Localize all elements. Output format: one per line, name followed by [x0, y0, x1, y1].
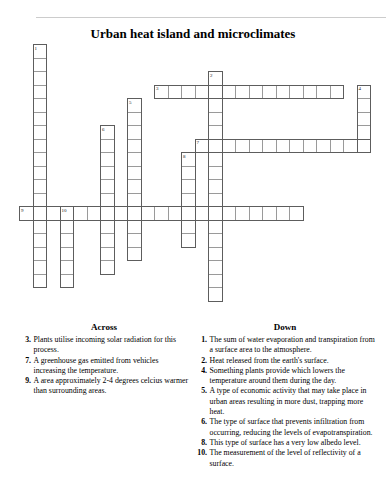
- grid-cell: 6: [100, 125, 115, 140]
- clue-text: A type of economic activity that may tak…: [210, 386, 377, 417]
- grid-cell: [289, 139, 304, 154]
- clue-number: 5.: [194, 386, 207, 396]
- grid-cell: [33, 152, 48, 167]
- grid-cell: [208, 125, 223, 140]
- grid-cell: [181, 220, 196, 235]
- grid-cell: [168, 85, 183, 100]
- grid-cell: [235, 206, 250, 221]
- grid-cell: [33, 274, 48, 289]
- grid-cell: [357, 98, 372, 113]
- clue-text: Something plants provide which lowers th…: [210, 366, 377, 387]
- grid-cell: [127, 233, 142, 248]
- across-clues-section: Across 3.Plants utilise incoming solar r…: [18, 322, 190, 397]
- grid-cell: [141, 206, 156, 221]
- grid-cell: [33, 139, 48, 154]
- grid-cell: [127, 152, 142, 167]
- across-header: Across: [18, 322, 190, 332]
- grid-cell: [33, 260, 48, 275]
- grid-cell: 3: [154, 85, 169, 100]
- grid-cell: [33, 166, 48, 181]
- down-header: Down: [194, 322, 376, 332]
- grid-cell: [235, 85, 250, 100]
- grid-cell: [222, 85, 237, 100]
- clue-number: 4.: [194, 366, 207, 376]
- grid-cell: [33, 220, 48, 235]
- grid-cell: [100, 206, 115, 221]
- grid-cell: 2: [208, 71, 223, 86]
- grid-cell: [249, 85, 264, 100]
- clue-number: 1.: [194, 335, 207, 345]
- grid-cell: [222, 206, 237, 221]
- grid-cell: [60, 247, 75, 262]
- crossword-grid: 12345678910: [19, 44, 371, 302]
- clue-text: A greenhouse gas emitted from vehicles i…: [34, 356, 191, 377]
- grid-cell: [46, 206, 61, 221]
- grid-cell: [100, 193, 115, 208]
- grid-cell: [33, 98, 48, 113]
- grid-cell: [276, 206, 291, 221]
- grid-cell: [276, 139, 291, 154]
- grid-cell: [357, 112, 372, 127]
- grid-cell: [127, 179, 142, 194]
- down-clues-list: 1.The sum of water evaporation and trans…: [194, 335, 376, 469]
- clue-number: 6.: [194, 417, 207, 427]
- grid-cell: [289, 206, 304, 221]
- grid-cell: 8: [181, 152, 196, 167]
- grid-cell: [100, 220, 115, 235]
- grid-cell: [100, 233, 115, 248]
- clue-number: 7.: [18, 356, 31, 366]
- grid-cell: [127, 220, 142, 235]
- grid-cell: [181, 85, 196, 100]
- grid-cell: [127, 139, 142, 154]
- grid-cell: 9: [19, 206, 34, 221]
- grid-cell: [73, 206, 88, 221]
- down-clue-2: 2.Heat released from the earth's surface…: [194, 356, 376, 366]
- clue-text: The measurement of the level of reflecti…: [210, 448, 377, 469]
- grid-cell: [127, 247, 142, 262]
- grid-cell: [208, 287, 223, 302]
- grid-cell: [33, 112, 48, 127]
- grid-cell: [127, 112, 142, 127]
- grid-cell: [276, 85, 291, 100]
- across-clue-3: 3.Plants utilise incoming solar radiatio…: [18, 335, 190, 356]
- grid-cell: [208, 85, 223, 100]
- grid-cell: [249, 139, 264, 154]
- grid-cell: [208, 247, 223, 262]
- down-clue-8: 8.This type of surface has a very low al…: [194, 438, 376, 448]
- across-clue-9: 9.A area approximately 2-4 degrees celci…: [18, 376, 190, 397]
- grid-cell: [60, 233, 75, 248]
- grid-cell: [100, 247, 115, 262]
- grid-cell: 1: [33, 44, 48, 59]
- grid-cell: [181, 233, 196, 248]
- grid-cell: [60, 220, 75, 235]
- grid-cell: [303, 139, 318, 154]
- grid-cell: [114, 206, 129, 221]
- grid-cell: [181, 193, 196, 208]
- grid-cell: [343, 139, 358, 154]
- grid-cell: [33, 233, 48, 248]
- clue-text: Plants utilise incoming solar radiation …: [34, 335, 191, 356]
- grid-cell: [316, 85, 331, 100]
- cell-number: 7: [197, 140, 200, 145]
- grid-cell: [60, 274, 75, 289]
- grid-cell: [33, 179, 48, 194]
- grid-cell: [316, 139, 331, 154]
- grid-cell: [181, 206, 196, 221]
- grid-cell: [154, 206, 169, 221]
- grid-cell: [60, 260, 75, 275]
- cell-number: 1: [35, 46, 38, 51]
- grid-cell: [330, 85, 345, 100]
- grid-cell: [208, 233, 223, 248]
- cell-number: 2: [210, 73, 213, 78]
- grid-cell: [208, 98, 223, 113]
- grid-cell: 4: [357, 85, 372, 100]
- grid-cell: [208, 220, 223, 235]
- grid-cell: [33, 71, 48, 86]
- grid-cell: [100, 260, 115, 275]
- grid-cell: [289, 85, 304, 100]
- grid-cell: [87, 206, 102, 221]
- clue-number: 10.: [194, 448, 207, 458]
- grid-cell: [235, 139, 250, 154]
- page-top-rule: [36, 17, 386, 18]
- clue-number: 3.: [18, 335, 31, 345]
- grid-cell: [249, 206, 264, 221]
- cell-number: 6: [102, 127, 105, 132]
- clue-number: 8.: [194, 438, 207, 448]
- clue-text: Heat released from the earth's surface.: [210, 356, 377, 366]
- grid-cell: 7: [195, 139, 210, 154]
- cell-number: 9: [21, 208, 24, 213]
- grid-cell: [208, 179, 223, 194]
- clue-text: A area approximately 2-4 degrees celcius…: [34, 376, 191, 397]
- grid-cell: [127, 193, 142, 208]
- across-clue-7: 7.A greenhouse gas emitted from vehicles…: [18, 356, 190, 377]
- grid-cell: [33, 58, 48, 73]
- down-clue-4: 4.Something plants provide which lowers …: [194, 366, 376, 387]
- grid-cell: [262, 85, 277, 100]
- grid-cell: [33, 247, 48, 262]
- grid-cell: [262, 206, 277, 221]
- grid-cell: [208, 166, 223, 181]
- down-clue-10: 10.The measurement of the level of refle…: [194, 448, 376, 469]
- grid-cell: [330, 139, 345, 154]
- clue-number: 2.: [194, 356, 207, 366]
- grid-cell: 5: [127, 98, 142, 113]
- grid-cell: [181, 179, 196, 194]
- grid-cell: [181, 166, 196, 181]
- grid-cell: 10: [60, 206, 75, 221]
- grid-cell: [100, 152, 115, 167]
- grid-cell: [100, 166, 115, 181]
- puzzle-title: Urban heat island and microclimates: [0, 26, 386, 42]
- grid-cell: [222, 139, 237, 154]
- grid-cell: [357, 139, 372, 154]
- grid-cell: [208, 152, 223, 167]
- grid-cell: [208, 206, 223, 221]
- cell-number: 5: [129, 100, 132, 105]
- grid-cell: [127, 166, 142, 181]
- grid-cell: [357, 125, 372, 140]
- grid-cell: [208, 139, 223, 154]
- across-clues-list: 3.Plants utilise incoming solar radiatio…: [18, 335, 190, 397]
- cell-number: 4: [359, 86, 362, 91]
- clue-number: 9.: [18, 376, 31, 386]
- grid-cell: [33, 206, 48, 221]
- down-clues-section: Down 1.The sum of water evaporation and …: [194, 322, 376, 469]
- grid-cell: [303, 85, 318, 100]
- down-clue-6: 6.The type of surface that prevents infi…: [194, 417, 376, 438]
- grid-cell: [195, 85, 210, 100]
- grid-cell: [100, 179, 115, 194]
- grid-cell: [208, 260, 223, 275]
- clue-text: This type of surface has a very low albe…: [210, 438, 377, 448]
- grid-cell: [33, 85, 48, 100]
- grid-cell: [208, 112, 223, 127]
- grid-cell: [262, 139, 277, 154]
- grid-cell: [127, 125, 142, 140]
- grid-cell: [195, 206, 210, 221]
- cell-number: 10: [62, 208, 67, 213]
- clue-text: The type of surface that prevents infilt…: [210, 417, 377, 438]
- grid-cell: [33, 193, 48, 208]
- grid-cell: [100, 139, 115, 154]
- cell-number: 3: [156, 86, 159, 91]
- grid-cell: [168, 206, 183, 221]
- grid-cell: [33, 125, 48, 140]
- clue-text: The sum of water evaporation and transpi…: [210, 335, 377, 356]
- grid-cell: [127, 206, 142, 221]
- down-clue-1: 1.The sum of water evaporation and trans…: [194, 335, 376, 356]
- grid-cell: [208, 274, 223, 289]
- grid-cell: [208, 193, 223, 208]
- cell-number: 8: [183, 154, 186, 159]
- down-clue-5: 5.A type of economic activity that may t…: [194, 386, 376, 417]
